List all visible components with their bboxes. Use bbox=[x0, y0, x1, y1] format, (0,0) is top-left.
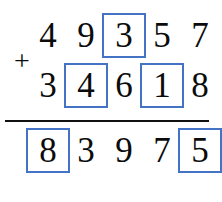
addend1-row: 4 9 3 5 7 bbox=[29, 13, 219, 58]
addition-puzzle-board: + 4 9 3 5 7 3 4 6 1 8 8 3 9 7 5 bbox=[0, 0, 222, 202]
digit-cell: 7 bbox=[178, 13, 222, 58]
digit-cell: 8 bbox=[178, 63, 222, 108]
addend2-row: 3 4 6 1 8 bbox=[29, 63, 219, 108]
digit-cell-boxed: 5 bbox=[178, 128, 222, 173]
sum-row: 8 3 9 7 5 bbox=[29, 128, 219, 173]
sum-line bbox=[5, 120, 209, 122]
